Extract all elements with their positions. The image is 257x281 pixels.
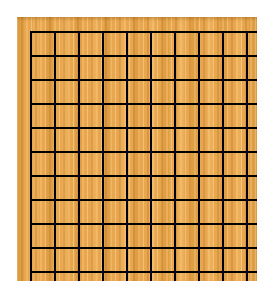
go-diagram [0,0,257,281]
row-coordinates-strip [0,0,17,281]
stone-layer [19,20,257,281]
column-coordinates-strip [0,0,257,17]
